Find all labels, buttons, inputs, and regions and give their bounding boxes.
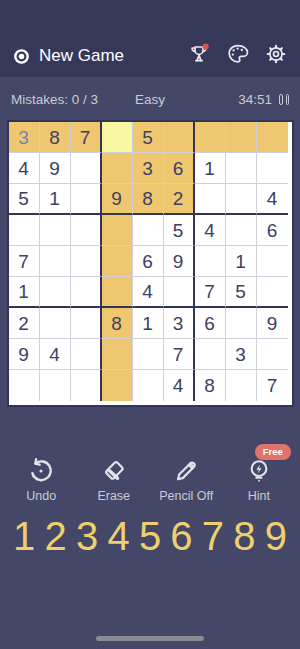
pencil-icon: [172, 457, 200, 485]
cell-r5c7[interactable]: [195, 246, 226, 277]
given-digit: 7: [173, 345, 184, 364]
cell-r1c6[interactable]: [164, 122, 195, 153]
numpad-2[interactable]: 2: [44, 516, 66, 556]
cell-r6c1[interactable]: 1: [9, 277, 40, 308]
given-digit: 4: [49, 345, 60, 364]
difficulty-label: Easy: [109, 92, 191, 107]
cell-r3c7[interactable]: [195, 184, 226, 215]
cell-r1c3[interactable]: 7: [71, 122, 102, 153]
cell-r2c5[interactable]: 3: [133, 153, 164, 184]
theme-button[interactable]: [226, 42, 250, 66]
cell-r9c6[interactable]: 4: [164, 370, 195, 401]
trophy-icon: [187, 42, 211, 66]
undo-label: Undo: [26, 489, 56, 503]
cell-r3c6[interactable]: 2: [164, 184, 195, 215]
cell-r3c8[interactable]: [226, 184, 257, 215]
given-digit: 8: [49, 128, 60, 147]
cell-r8c4[interactable]: [102, 339, 133, 370]
cell-r3c1[interactable]: 5: [9, 184, 40, 215]
given-digit: 9: [173, 252, 184, 271]
timer: 34:51: [238, 92, 272, 107]
given-digit: 1: [49, 189, 60, 208]
cell-r5c5[interactable]: 6: [133, 246, 164, 277]
given-digit: 6: [142, 252, 153, 271]
numpad-4[interactable]: 4: [107, 516, 129, 556]
given-digit: 5: [173, 221, 184, 240]
undo-icon: [27, 457, 55, 485]
numpad: 123456789: [0, 516, 300, 556]
given-digit: 4: [173, 376, 184, 395]
cell-r4c6[interactable]: 5: [164, 215, 195, 246]
cell-r5c9[interactable]: [257, 246, 288, 277]
cell-r7c2[interactable]: [40, 308, 71, 339]
cell-r9c3[interactable]: [71, 370, 102, 401]
cell-r6c7[interactable]: 7: [195, 277, 226, 308]
given-digit: 5: [142, 128, 153, 147]
cell-r4c4[interactable]: [102, 215, 133, 246]
cell-r4c5[interactable]: [133, 215, 164, 246]
numpad-8[interactable]: 8: [233, 516, 255, 556]
cell-r9c8[interactable]: [226, 370, 257, 401]
given-digit: 2: [173, 189, 184, 208]
cell-r9c5[interactable]: [133, 370, 164, 401]
given-digit: 9: [49, 159, 60, 178]
cell-r3c9[interactable]: 4: [257, 184, 288, 215]
cell-r9c1[interactable]: [9, 370, 40, 401]
cell-r6c2[interactable]: [40, 277, 71, 308]
pause-icon: [279, 94, 283, 105]
cell-r1c5[interactable]: 5: [133, 122, 164, 153]
given-digit: 4: [204, 221, 215, 240]
given-digit: 5: [18, 189, 29, 208]
bulb-icon: [245, 457, 273, 485]
numpad-3[interactable]: 3: [76, 516, 98, 556]
cell-r7c3[interactable]: [71, 308, 102, 339]
cell-r6c6[interactable]: [164, 277, 195, 308]
numpad-5[interactable]: 5: [139, 516, 161, 556]
cell-r6c8[interactable]: 5: [226, 277, 257, 308]
pencil-label: Pencil Off: [159, 489, 213, 503]
cell-r5c3[interactable]: [71, 246, 102, 277]
cell-r9c2[interactable]: [40, 370, 71, 401]
palette-icon: [226, 42, 250, 66]
pencil-toggle-button[interactable]: Pencil Off: [153, 457, 219, 503]
eraser-icon: [100, 457, 128, 485]
given-digit: 5: [235, 282, 246, 301]
cell-r6c4[interactable]: [102, 277, 133, 308]
cell-r5c6[interactable]: 9: [164, 246, 195, 277]
pause-button[interactable]: [279, 94, 289, 105]
cell-r4c7[interactable]: 4: [195, 215, 226, 246]
given-digit: 6: [204, 314, 215, 333]
given-digit: 1: [142, 314, 153, 333]
cell-r1c8[interactable]: [226, 122, 257, 153]
cell-r8c2[interactable]: 4: [40, 339, 71, 370]
cell-r8c7[interactable]: [195, 339, 226, 370]
given-digit: 7: [267, 376, 278, 395]
cell-r2c4[interactable]: [102, 153, 133, 184]
given-digit: 9: [111, 189, 122, 208]
given-digit: 8: [204, 376, 215, 395]
cell-r1c7[interactable]: [195, 122, 226, 153]
cell-r2c6[interactable]: 6: [164, 153, 195, 184]
given-digit: 7: [204, 282, 215, 301]
cell-r3c5[interactable]: 8: [133, 184, 164, 215]
cell-r2c2[interactable]: 9: [40, 153, 71, 184]
new-game-button[interactable]: New Game: [13, 46, 124, 66]
given-digit: 8: [111, 314, 122, 333]
cell-r4c3[interactable]: [71, 215, 102, 246]
given-digit: 1: [204, 159, 215, 178]
sudoku-app: New Game: [0, 0, 300, 649]
cell-r1c9[interactable]: [257, 122, 288, 153]
cell-r2c7[interactable]: 1: [195, 153, 226, 184]
cell-r1c1[interactable]: 3: [9, 122, 40, 153]
cell-r8c3[interactable]: [71, 339, 102, 370]
sudoku-board: 387549361519824546769114752813699473487: [7, 120, 294, 407]
settings-button[interactable]: [265, 43, 287, 65]
cell-r9c4[interactable]: [102, 370, 133, 401]
cell-r7c5[interactable]: 1: [133, 308, 164, 339]
given-digit: 1: [235, 252, 246, 271]
undo-button[interactable]: Undo: [8, 457, 74, 503]
given-digit: 4: [142, 282, 153, 301]
cell-r7c1[interactable]: 2: [9, 308, 40, 339]
cell-r7c4[interactable]: 8: [102, 308, 133, 339]
cell-r7c6[interactable]: 3: [164, 308, 195, 339]
cell-r3c2[interactable]: 1: [40, 184, 71, 215]
given-digit: 6: [173, 159, 184, 178]
cell-r8c9[interactable]: [257, 339, 288, 370]
header-actions: [187, 42, 287, 66]
cell-r7c8[interactable]: [226, 308, 257, 339]
cell-r2c1[interactable]: 4: [9, 153, 40, 184]
given-digit: 3: [142, 159, 153, 178]
given-digit: 3: [173, 314, 184, 333]
cell-r5c1[interactable]: 7: [9, 246, 40, 277]
status-row: Mistakes: 0 / 3 Easy 34:51: [0, 92, 300, 107]
given-digit: 7: [80, 128, 91, 147]
given-digit: 9: [267, 314, 278, 333]
cell-r9c9[interactable]: 7: [257, 370, 288, 401]
cell-r7c9[interactable]: 9: [257, 308, 288, 339]
given-digit: 7: [18, 252, 29, 271]
toolbar: Undo Erase Pencil Off Free: [0, 457, 300, 503]
cell-r2c9[interactable]: [257, 153, 288, 184]
cell-r8c8[interactable]: 3: [226, 339, 257, 370]
numpad-1[interactable]: 1: [13, 516, 35, 556]
cell-r9c7[interactable]: 8: [195, 370, 226, 401]
erase-label: Erase: [97, 489, 130, 503]
record-icon: [13, 48, 30, 65]
mistakes-counter: Mistakes: 0 / 3: [11, 92, 109, 107]
given-digit: 8: [142, 189, 153, 208]
given-digit: 4: [18, 159, 29, 178]
cell-r8c5[interactable]: [133, 339, 164, 370]
numpad-9[interactable]: 9: [265, 516, 287, 556]
cell-r1c4[interactable]: [102, 122, 133, 153]
cell-r3c4[interactable]: 9: [102, 184, 133, 215]
cell-r5c2[interactable]: [40, 246, 71, 277]
cell-r2c3[interactable]: [71, 153, 102, 184]
user-digit: 3: [18, 128, 29, 147]
header: New Game: [0, 0, 300, 77]
cell-r6c5[interactable]: 4: [133, 277, 164, 308]
hint-label: Hint: [248, 489, 270, 503]
home-indicator[interactable]: [96, 636, 204, 641]
cell-r6c9[interactable]: [257, 277, 288, 308]
cell-r1c2[interactable]: 8: [40, 122, 71, 153]
given-digit: 1: [18, 282, 29, 301]
cell-r6c3[interactable]: [71, 277, 102, 308]
cell-r8c6[interactable]: 7: [164, 339, 195, 370]
cell-r5c4[interactable]: [102, 246, 133, 277]
cell-r7c7[interactable]: 6: [195, 308, 226, 339]
cell-r2c8[interactable]: [226, 153, 257, 184]
cell-r4c2[interactable]: [40, 215, 71, 246]
given-digit: 6: [267, 221, 278, 240]
given-digit: 3: [235, 345, 246, 364]
cell-r5c8[interactable]: 1: [226, 246, 257, 277]
numpad-6[interactable]: 6: [170, 516, 192, 556]
new-game-label: New Game: [39, 46, 124, 66]
hint-free-badge: Free: [255, 444, 291, 460]
cell-r4c8[interactable]: [226, 215, 257, 246]
cell-r8c1[interactable]: 9: [9, 339, 40, 370]
numpad-7[interactable]: 7: [202, 516, 224, 556]
cell-r4c1[interactable]: [9, 215, 40, 246]
gear-icon: [265, 43, 287, 65]
given-digit: 2: [18, 314, 29, 333]
given-digit: 9: [18, 345, 29, 364]
cell-r4c9[interactable]: 6: [257, 215, 288, 246]
erase-button[interactable]: Erase: [81, 457, 147, 503]
given-digit: 4: [267, 189, 278, 208]
trophy-button[interactable]: [187, 42, 211, 66]
cell-r3c3[interactable]: [71, 184, 102, 215]
hint-button[interactable]: Free Hint: [226, 457, 292, 503]
